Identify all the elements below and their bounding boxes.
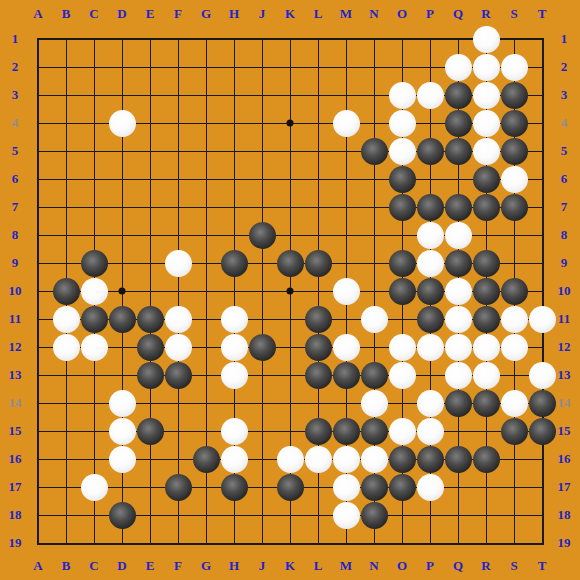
intersection-F3[interactable] [164,81,192,109]
intersection-R18[interactable] [472,501,500,529]
intersection-B13[interactable] [52,361,80,389]
black-stone-S7[interactable] [501,194,528,221]
white-stone-D16[interactable] [109,446,136,473]
intersection-S3[interactable] [500,81,528,109]
intersection-C16[interactable] [80,445,108,473]
intersection-S12[interactable] [500,333,528,361]
intersection-G1[interactable] [192,25,220,53]
intersection-M16[interactable] [332,445,360,473]
intersection-H10[interactable] [220,277,248,305]
intersection-A5[interactable] [24,137,52,165]
white-stone-H15[interactable] [221,418,248,445]
intersection-H3[interactable] [220,81,248,109]
intersection-E13[interactable] [136,361,164,389]
intersection-B11[interactable] [52,305,80,333]
intersection-Q5[interactable] [444,137,472,165]
intersection-D12[interactable] [108,333,136,361]
intersection-P9[interactable] [416,249,444,277]
intersection-G8[interactable] [192,221,220,249]
intersection-E15[interactable] [136,417,164,445]
intersection-N7[interactable] [360,193,388,221]
intersection-R9[interactable] [472,249,500,277]
intersection-K1[interactable] [276,25,304,53]
intersection-T5[interactable] [528,137,556,165]
intersection-E8[interactable] [136,221,164,249]
white-stone-C10[interactable] [81,278,108,305]
black-stone-P10[interactable] [417,278,444,305]
intersection-E4[interactable] [136,109,164,137]
intersection-A7[interactable] [24,193,52,221]
intersection-R13[interactable] [472,361,500,389]
intersection-J2[interactable] [248,53,276,81]
intersection-O17[interactable] [388,473,416,501]
intersection-M7[interactable] [332,193,360,221]
white-stone-P8[interactable] [417,222,444,249]
intersection-H18[interactable] [220,501,248,529]
white-stone-Q2[interactable] [445,54,472,81]
intersection-J3[interactable] [248,81,276,109]
intersection-N6[interactable] [360,165,388,193]
intersection-J18[interactable] [248,501,276,529]
intersection-H8[interactable] [220,221,248,249]
intersection-D15[interactable] [108,417,136,445]
intersection-K3[interactable] [276,81,304,109]
black-stone-M15[interactable] [333,418,360,445]
black-stone-R14[interactable] [473,390,500,417]
intersection-P3[interactable] [416,81,444,109]
black-stone-K17[interactable] [277,474,304,501]
intersection-L12[interactable] [304,333,332,361]
intersection-S13[interactable] [500,361,528,389]
intersection-D14[interactable] [108,389,136,417]
white-stone-H16[interactable] [221,446,248,473]
black-stone-G16[interactable] [193,446,220,473]
intersection-F11[interactable] [164,305,192,333]
intersection-T10[interactable] [528,277,556,305]
intersection-L7[interactable] [304,193,332,221]
intersection-C7[interactable] [80,193,108,221]
black-stone-Q9[interactable] [445,250,472,277]
intersection-L9[interactable] [304,249,332,277]
intersection-A13[interactable] [24,361,52,389]
intersection-H4[interactable] [220,109,248,137]
white-stone-B12[interactable] [53,334,80,361]
intersection-B4[interactable] [52,109,80,137]
intersection-G2[interactable] [192,53,220,81]
intersection-M11[interactable] [332,305,360,333]
intersection-P15[interactable] [416,417,444,445]
intersection-L16[interactable] [304,445,332,473]
intersection-T2[interactable] [528,53,556,81]
intersection-G6[interactable] [192,165,220,193]
black-stone-P11[interactable] [417,306,444,333]
black-stone-C11[interactable] [81,306,108,333]
intersection-N15[interactable] [360,417,388,445]
black-stone-H9[interactable] [221,250,248,277]
black-stone-T15[interactable] [529,418,556,445]
intersection-C10[interactable] [80,277,108,305]
intersection-N9[interactable] [360,249,388,277]
intersection-C12[interactable] [80,333,108,361]
intersection-K17[interactable] [276,473,304,501]
intersection-P5[interactable] [416,137,444,165]
white-stone-O5[interactable] [389,138,416,165]
intersection-F6[interactable] [164,165,192,193]
intersection-Q2[interactable] [444,53,472,81]
intersection-A9[interactable] [24,249,52,277]
intersection-C2[interactable] [80,53,108,81]
white-stone-H13[interactable] [221,362,248,389]
white-stone-M12[interactable] [333,334,360,361]
intersection-M15[interactable] [332,417,360,445]
intersection-J17[interactable] [248,473,276,501]
intersection-K5[interactable] [276,137,304,165]
intersection-R16[interactable] [472,445,500,473]
intersection-F4[interactable] [164,109,192,137]
intersection-Q15[interactable] [444,417,472,445]
black-stone-J8[interactable] [249,222,276,249]
intersection-N16[interactable] [360,445,388,473]
intersection-G18[interactable] [192,501,220,529]
intersection-E7[interactable] [136,193,164,221]
intersection-D3[interactable] [108,81,136,109]
intersection-J16[interactable] [248,445,276,473]
intersection-O6[interactable] [388,165,416,193]
intersection-D7[interactable] [108,193,136,221]
intersection-A16[interactable] [24,445,52,473]
intersection-O7[interactable] [388,193,416,221]
intersection-R7[interactable] [472,193,500,221]
intersection-H15[interactable] [220,417,248,445]
intersection-L13[interactable] [304,361,332,389]
black-stone-F13[interactable] [165,362,192,389]
intersection-P19[interactable] [416,529,444,557]
white-stone-M17[interactable] [333,474,360,501]
white-stone-R1[interactable] [473,26,500,53]
intersection-S17[interactable] [500,473,528,501]
intersection-E19[interactable] [136,529,164,557]
intersection-N2[interactable] [360,53,388,81]
white-stone-M10[interactable] [333,278,360,305]
intersection-A1[interactable] [24,25,52,53]
intersection-L3[interactable] [304,81,332,109]
intersection-T16[interactable] [528,445,556,473]
black-stone-O17[interactable] [389,474,416,501]
intersection-S19[interactable] [500,529,528,557]
white-stone-Q10[interactable] [445,278,472,305]
intersection-C11[interactable] [80,305,108,333]
white-stone-P3[interactable] [417,82,444,109]
intersection-Q13[interactable] [444,361,472,389]
intersection-B16[interactable] [52,445,80,473]
black-stone-Q14[interactable] [445,390,472,417]
intersection-B7[interactable] [52,193,80,221]
intersection-L14[interactable] [304,389,332,417]
white-stone-N11[interactable] [361,306,388,333]
intersection-E14[interactable] [136,389,164,417]
intersection-K19[interactable] [276,529,304,557]
intersection-S8[interactable] [500,221,528,249]
intersection-B8[interactable] [52,221,80,249]
intersection-C4[interactable] [80,109,108,137]
intersection-Q4[interactable] [444,109,472,137]
intersection-R11[interactable] [472,305,500,333]
intersection-Q1[interactable] [444,25,472,53]
intersection-C15[interactable] [80,417,108,445]
intersection-F1[interactable] [164,25,192,53]
white-stone-B11[interactable] [53,306,80,333]
intersection-R8[interactable] [472,221,500,249]
intersection-E6[interactable] [136,165,164,193]
intersection-R12[interactable] [472,333,500,361]
intersection-P7[interactable] [416,193,444,221]
black-stone-N17[interactable] [361,474,388,501]
intersection-O2[interactable] [388,53,416,81]
intersection-J8[interactable] [248,221,276,249]
intersection-N14[interactable] [360,389,388,417]
black-stone-F17[interactable] [165,474,192,501]
intersection-C8[interactable] [80,221,108,249]
intersection-L18[interactable] [304,501,332,529]
intersection-P14[interactable] [416,389,444,417]
intersection-C13[interactable] [80,361,108,389]
intersection-M1[interactable] [332,25,360,53]
black-stone-E12[interactable] [137,334,164,361]
white-stone-R13[interactable] [473,362,500,389]
intersection-T12[interactable] [528,333,556,361]
intersection-N4[interactable] [360,109,388,137]
intersection-O3[interactable] [388,81,416,109]
white-stone-F12[interactable] [165,334,192,361]
intersection-G17[interactable] [192,473,220,501]
intersection-M5[interactable] [332,137,360,165]
intersection-C17[interactable] [80,473,108,501]
intersection-F14[interactable] [164,389,192,417]
intersection-D18[interactable] [108,501,136,529]
intersection-P18[interactable] [416,501,444,529]
intersection-O10[interactable] [388,277,416,305]
intersection-T4[interactable] [528,109,556,137]
intersection-M10[interactable] [332,277,360,305]
white-stone-S12[interactable] [501,334,528,361]
intersection-H1[interactable] [220,25,248,53]
intersection-K4[interactable] [276,109,304,137]
intersection-F13[interactable] [164,361,192,389]
intersection-R2[interactable] [472,53,500,81]
intersection-F9[interactable] [164,249,192,277]
intersection-N12[interactable] [360,333,388,361]
white-stone-C12[interactable] [81,334,108,361]
intersection-S9[interactable] [500,249,528,277]
intersection-K7[interactable] [276,193,304,221]
intersection-G11[interactable] [192,305,220,333]
intersection-O5[interactable] [388,137,416,165]
black-stone-C9[interactable] [81,250,108,277]
intersection-A8[interactable] [24,221,52,249]
intersection-S10[interactable] [500,277,528,305]
black-stone-L11[interactable] [305,306,332,333]
intersection-Q3[interactable] [444,81,472,109]
intersection-P2[interactable] [416,53,444,81]
white-stone-O12[interactable] [389,334,416,361]
intersection-G16[interactable] [192,445,220,473]
intersection-K14[interactable] [276,389,304,417]
intersection-J9[interactable] [248,249,276,277]
intersection-A6[interactable] [24,165,52,193]
white-stone-P14[interactable] [417,390,444,417]
black-stone-S4[interactable] [501,110,528,137]
white-stone-M16[interactable] [333,446,360,473]
intersection-M4[interactable] [332,109,360,137]
intersection-A4[interactable] [24,109,52,137]
black-stone-Q4[interactable] [445,110,472,137]
intersection-P8[interactable] [416,221,444,249]
intersection-S7[interactable] [500,193,528,221]
black-stone-D11[interactable] [109,306,136,333]
intersection-P16[interactable] [416,445,444,473]
intersection-E11[interactable] [136,305,164,333]
black-stone-R6[interactable] [473,166,500,193]
black-stone-R11[interactable] [473,306,500,333]
intersection-O16[interactable] [388,445,416,473]
intersection-H9[interactable] [220,249,248,277]
intersection-P17[interactable] [416,473,444,501]
intersection-L4[interactable] [304,109,332,137]
intersection-Q17[interactable] [444,473,472,501]
intersection-O18[interactable] [388,501,416,529]
intersection-S6[interactable] [500,165,528,193]
intersection-E9[interactable] [136,249,164,277]
black-stone-B10[interactable] [53,278,80,305]
intersection-G3[interactable] [192,81,220,109]
intersection-L15[interactable] [304,417,332,445]
intersection-T6[interactable] [528,165,556,193]
intersection-H17[interactable] [220,473,248,501]
white-stone-Q12[interactable] [445,334,472,361]
intersection-P1[interactable] [416,25,444,53]
intersection-E1[interactable] [136,25,164,53]
black-stone-N15[interactable] [361,418,388,445]
intersection-L10[interactable] [304,277,332,305]
intersection-B15[interactable] [52,417,80,445]
intersection-A15[interactable] [24,417,52,445]
intersection-J14[interactable] [248,389,276,417]
intersection-S18[interactable] [500,501,528,529]
intersection-E18[interactable] [136,501,164,529]
white-stone-L16[interactable] [305,446,332,473]
intersection-O4[interactable] [388,109,416,137]
intersection-Q10[interactable] [444,277,472,305]
intersection-E12[interactable] [136,333,164,361]
intersection-T18[interactable] [528,501,556,529]
intersection-H2[interactable] [220,53,248,81]
black-stone-D18[interactable] [109,502,136,529]
intersection-K13[interactable] [276,361,304,389]
intersection-G5[interactable] [192,137,220,165]
black-stone-P7[interactable] [417,194,444,221]
intersection-L8[interactable] [304,221,332,249]
black-stone-E11[interactable] [137,306,164,333]
intersection-L19[interactable] [304,529,332,557]
intersection-K12[interactable] [276,333,304,361]
intersection-M19[interactable] [332,529,360,557]
intersection-L1[interactable] [304,25,332,53]
intersection-D9[interactable] [108,249,136,277]
intersection-D19[interactable] [108,529,136,557]
intersection-T8[interactable] [528,221,556,249]
white-stone-R12[interactable] [473,334,500,361]
intersection-R1[interactable] [472,25,500,53]
white-stone-R3[interactable] [473,82,500,109]
black-stone-O10[interactable] [389,278,416,305]
intersection-S2[interactable] [500,53,528,81]
black-stone-L9[interactable] [305,250,332,277]
black-stone-L15[interactable] [305,418,332,445]
intersection-G15[interactable] [192,417,220,445]
intersection-B9[interactable] [52,249,80,277]
intersection-H16[interactable] [220,445,248,473]
intersection-J11[interactable] [248,305,276,333]
intersection-P10[interactable] [416,277,444,305]
black-stone-N18[interactable] [361,502,388,529]
intersection-T17[interactable] [528,473,556,501]
intersection-J15[interactable] [248,417,276,445]
intersection-G13[interactable] [192,361,220,389]
intersection-A10[interactable] [24,277,52,305]
intersection-J12[interactable] [248,333,276,361]
intersection-T19[interactable] [528,529,556,557]
intersection-R3[interactable] [472,81,500,109]
intersection-R10[interactable] [472,277,500,305]
intersection-C1[interactable] [80,25,108,53]
intersection-H13[interactable] [220,361,248,389]
intersection-O19[interactable] [388,529,416,557]
black-stone-O7[interactable] [389,194,416,221]
white-stone-M4[interactable] [333,110,360,137]
intersection-T15[interactable] [528,417,556,445]
white-stone-S6[interactable] [501,166,528,193]
intersection-M14[interactable] [332,389,360,417]
intersection-D16[interactable] [108,445,136,473]
intersection-P12[interactable] [416,333,444,361]
white-stone-N14[interactable] [361,390,388,417]
intersection-G19[interactable] [192,529,220,557]
intersection-N5[interactable] [360,137,388,165]
white-stone-R5[interactable] [473,138,500,165]
black-stone-K9[interactable] [277,250,304,277]
black-stone-O16[interactable] [389,446,416,473]
black-stone-O6[interactable] [389,166,416,193]
intersection-A11[interactable] [24,305,52,333]
intersection-A2[interactable] [24,53,52,81]
white-stone-P9[interactable] [417,250,444,277]
intersection-J7[interactable] [248,193,276,221]
intersection-G7[interactable] [192,193,220,221]
white-stone-Q8[interactable] [445,222,472,249]
black-stone-S15[interactable] [501,418,528,445]
intersection-K16[interactable] [276,445,304,473]
intersection-M9[interactable] [332,249,360,277]
black-stone-J12[interactable] [249,334,276,361]
intersection-B19[interactable] [52,529,80,557]
black-stone-Q16[interactable] [445,446,472,473]
intersection-E17[interactable] [136,473,164,501]
white-stone-C17[interactable] [81,474,108,501]
white-stone-F9[interactable] [165,250,192,277]
intersection-R19[interactable] [472,529,500,557]
intersection-S4[interactable] [500,109,528,137]
intersection-K2[interactable] [276,53,304,81]
